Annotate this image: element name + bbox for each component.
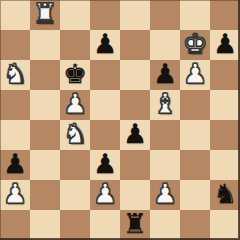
square-d3[interactable]: ♟ [90,150,120,180]
white-pawn-icon: ♟ [3,179,27,209]
square-h3[interactable] [210,150,240,180]
square-h2[interactable]: ♞ [210,180,240,210]
black-pawn-icon: ♟ [93,149,117,179]
black-pawn-icon: ♟ [123,119,147,149]
square-f3[interactable] [150,150,180,180]
black-pawn-icon: ♟ [93,29,117,59]
square-g1[interactable] [180,210,210,240]
square-d6[interactable] [90,60,120,90]
square-b6[interactable] [30,60,60,90]
square-f1[interactable] [150,210,180,240]
square-b1[interactable] [30,210,60,240]
square-d8[interactable] [90,0,120,30]
square-c1[interactable] [60,210,90,240]
white-king-icon: ♚ [183,29,207,59]
white-knight-icon: ♞ [63,119,87,149]
square-d7[interactable]: ♟ [90,30,120,60]
square-d4[interactable] [90,120,120,150]
square-e7[interactable] [120,30,150,60]
white-rook-icon: ♜ [33,0,57,29]
square-e1[interactable]: ♜ [120,210,150,240]
square-h7[interactable]: ♟ [210,30,240,60]
square-b4[interactable] [30,120,60,150]
white-bishop-icon: ♝ [153,89,177,119]
square-h1[interactable] [210,210,240,240]
square-b5[interactable] [30,90,60,120]
square-c6[interactable]: ♚ [60,60,90,90]
square-f8[interactable] [150,0,180,30]
square-e5[interactable] [120,90,150,120]
square-g4[interactable] [180,120,210,150]
square-b7[interactable] [30,30,60,60]
square-c3[interactable] [60,150,90,180]
square-c4[interactable]: ♞ [60,120,90,150]
square-d5[interactable] [90,90,120,120]
square-e8[interactable] [120,0,150,30]
square-g6[interactable]: ♟ [180,60,210,90]
square-a6[interactable]: ♞ [0,60,30,90]
chess-board: ♜♟♚♟♞♚♟♟♟♝♞♟♟♟♟♟♟♞♜ [0,0,240,240]
square-b3[interactable] [30,150,60,180]
black-knight-icon: ♞ [213,179,237,209]
square-b2[interactable] [30,180,60,210]
square-f2[interactable]: ♟ [150,180,180,210]
square-f5[interactable]: ♝ [150,90,180,120]
square-f7[interactable] [150,30,180,60]
square-g7[interactable]: ♚ [180,30,210,60]
square-g3[interactable] [180,150,210,180]
square-h5[interactable] [210,90,240,120]
square-e2[interactable] [120,180,150,210]
square-e6[interactable] [120,60,150,90]
square-b8[interactable]: ♜ [30,0,60,30]
square-g2[interactable] [180,180,210,210]
square-f4[interactable] [150,120,180,150]
black-king-icon: ♚ [63,59,87,89]
white-pawn-icon: ♟ [153,179,177,209]
square-c7[interactable] [60,30,90,60]
square-d1[interactable] [90,210,120,240]
square-a1[interactable] [0,210,30,240]
square-a2[interactable]: ♟ [0,180,30,210]
square-a7[interactable] [0,30,30,60]
square-f6[interactable]: ♟ [150,60,180,90]
black-pawn-icon: ♟ [213,29,237,59]
white-knight-icon: ♞ [3,59,27,89]
white-pawn-icon: ♟ [183,59,207,89]
square-c8[interactable] [60,0,90,30]
square-h4[interactable] [210,120,240,150]
black-pawn-icon: ♟ [153,59,177,89]
square-a8[interactable] [0,0,30,30]
square-a5[interactable] [0,90,30,120]
square-g5[interactable] [180,90,210,120]
square-e4[interactable]: ♟ [120,120,150,150]
black-pawn-icon: ♟ [3,149,27,179]
white-pawn-icon: ♟ [63,89,87,119]
square-e3[interactable] [120,150,150,180]
square-a3[interactable]: ♟ [0,150,30,180]
square-c2[interactable] [60,180,90,210]
square-a4[interactable] [0,120,30,150]
square-g8[interactable] [180,0,210,30]
square-d2[interactable]: ♟ [90,180,120,210]
square-h8[interactable] [210,0,240,30]
square-c5[interactable]: ♟ [60,90,90,120]
black-rook-icon: ♜ [123,209,147,239]
white-pawn-icon: ♟ [93,179,117,209]
square-h6[interactable] [210,60,240,90]
